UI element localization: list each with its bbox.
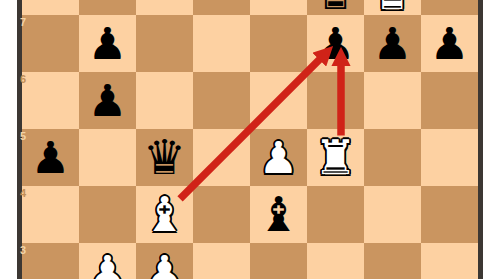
chess-board-screenshot: ♚♛7♟♟♟♟6♟5♟♛♟♜4♝♝3♟♟ (0, 0, 495, 279)
square-d8[interactable] (193, 0, 250, 15)
square-e6[interactable] (250, 72, 307, 129)
black-pawn-b7[interactable]: ♟ (88, 15, 127, 72)
square-d5[interactable] (193, 129, 250, 186)
black-pawn-a5[interactable]: ♟ (31, 129, 70, 186)
rank-coordinate-5: 5 (20, 130, 26, 142)
black-bishop-e4[interactable]: ♝ (257, 186, 300, 243)
square-g7[interactable]: ♟ (364, 15, 421, 72)
square-e7[interactable] (250, 15, 307, 72)
black-pawn-g7[interactable]: ♟ (373, 15, 412, 72)
square-c5[interactable]: ♛ (136, 129, 193, 186)
square-c4[interactable]: ♝ (136, 186, 193, 243)
rank-coordinate-6: 6 (20, 73, 26, 85)
square-b3[interactable]: ♟ (79, 243, 136, 279)
square-e4[interactable]: ♝ (250, 186, 307, 243)
square-h6[interactable] (421, 72, 478, 129)
rank-coordinate-3: 3 (20, 244, 26, 256)
white-pawn-b3[interactable]: ♟ (88, 243, 127, 279)
square-f6[interactable] (307, 72, 364, 129)
square-h4[interactable] (421, 186, 478, 243)
black-pawn-b6[interactable]: ♟ (88, 72, 127, 129)
square-h7[interactable]: ♟ (421, 15, 478, 72)
rank-coordinate-7: 7 (20, 16, 26, 28)
square-h8[interactable] (421, 0, 478, 15)
square-b4[interactable] (79, 186, 136, 243)
black-pawn-h7[interactable]: ♟ (430, 15, 469, 72)
square-f7[interactable]: ♟ (307, 15, 364, 72)
black-queen-c5[interactable]: ♛ (143, 129, 186, 186)
square-g4[interactable] (364, 186, 421, 243)
square-g6[interactable] (364, 72, 421, 129)
square-c7[interactable] (136, 15, 193, 72)
white-rook-f5[interactable]: ♜ (314, 129, 357, 186)
chess-board[interactable]: ♚♛7♟♟♟♟6♟5♟♛♟♜4♝♝3♟♟ (22, 0, 478, 279)
square-b5[interactable] (79, 129, 136, 186)
white-bishop-c4[interactable]: ♝ (143, 186, 186, 243)
square-g5[interactable] (364, 129, 421, 186)
square-f4[interactable] (307, 186, 364, 243)
square-b6[interactable]: ♟ (79, 72, 136, 129)
square-g8[interactable]: ♛ (364, 0, 421, 15)
square-c6[interactable] (136, 72, 193, 129)
square-d4[interactable] (193, 186, 250, 243)
square-a7[interactable]: 7 (22, 15, 79, 72)
square-a6[interactable]: 6 (22, 72, 79, 129)
square-h3[interactable] (421, 243, 478, 279)
white-pawn-c3[interactable]: ♟ (145, 243, 184, 279)
black-pawn-f7[interactable]: ♟ (316, 15, 355, 72)
square-d3[interactable] (193, 243, 250, 279)
square-c8[interactable] (136, 0, 193, 15)
square-e8[interactable] (250, 0, 307, 15)
square-a3[interactable]: 3 (22, 243, 79, 279)
square-a8[interactable] (22, 0, 79, 15)
white-pawn-e5[interactable]: ♟ (259, 129, 298, 186)
square-d7[interactable] (193, 15, 250, 72)
square-e5[interactable]: ♟ (250, 129, 307, 186)
square-f5[interactable]: ♜ (307, 129, 364, 186)
square-b8[interactable] (79, 0, 136, 15)
square-a4[interactable]: 4 (22, 186, 79, 243)
square-f3[interactable] (307, 243, 364, 279)
square-d6[interactable] (193, 72, 250, 129)
square-e3[interactable] (250, 243, 307, 279)
square-a5[interactable]: 5♟ (22, 129, 79, 186)
rank-coordinate-4: 4 (20, 187, 26, 199)
square-h5[interactable] (421, 129, 478, 186)
square-b7[interactable]: ♟ (79, 15, 136, 72)
square-c3[interactable]: ♟ (136, 243, 193, 279)
square-f8[interactable]: ♚ (307, 0, 364, 15)
square-g3[interactable] (364, 243, 421, 279)
